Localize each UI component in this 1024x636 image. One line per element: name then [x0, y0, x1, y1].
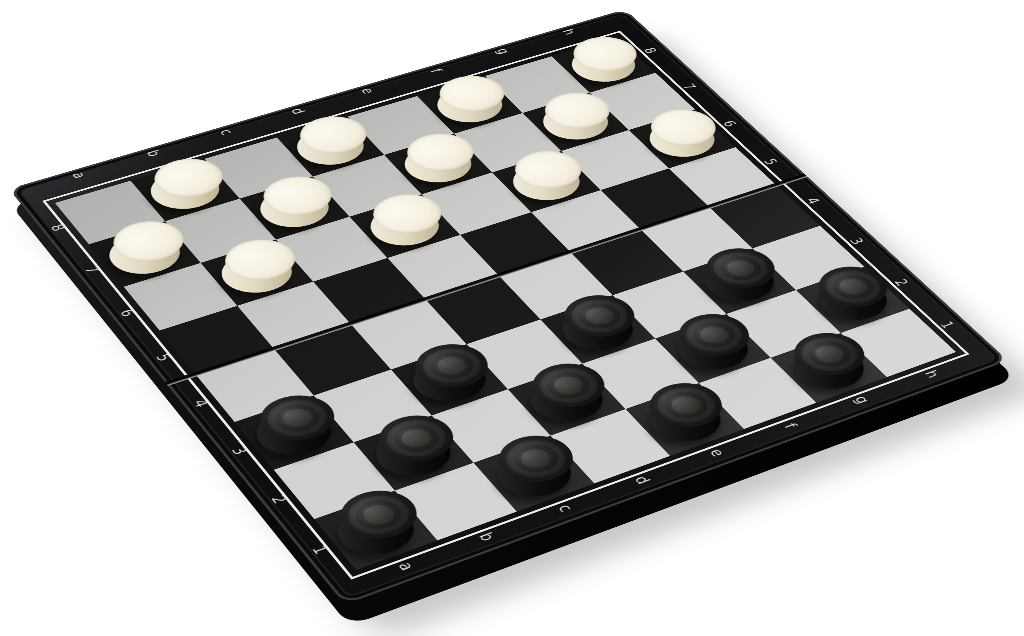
piece-white-g7[interactable] — [531, 97, 619, 146]
piece-white-h8[interactable] — [560, 42, 646, 88]
piece-black-c3[interactable] — [401, 350, 498, 409]
piece-white-f6[interactable] — [501, 156, 592, 207]
pieces-layer — [55, 37, 956, 570]
checkers-board: aabbccddeeffgghh8877665544332211 — [55, 37, 956, 570]
piece-white-e7[interactable] — [393, 139, 483, 190]
piece-black-f2[interactable] — [665, 320, 761, 378]
piece-white-b6[interactable] — [210, 245, 304, 300]
piece-white-c7[interactable] — [249, 182, 341, 235]
piece-black-b2[interactable] — [364, 422, 464, 485]
piece-black-g3[interactable] — [693, 254, 787, 309]
product-photo-scene: aabbccddeeffgghh8877665544332211 — [0, 0, 1024, 636]
piece-black-d2[interactable] — [518, 369, 616, 429]
piece-white-a7[interactable] — [98, 227, 191, 282]
piece-black-e3[interactable] — [550, 301, 646, 358]
piece-white-d6[interactable] — [359, 200, 451, 253]
